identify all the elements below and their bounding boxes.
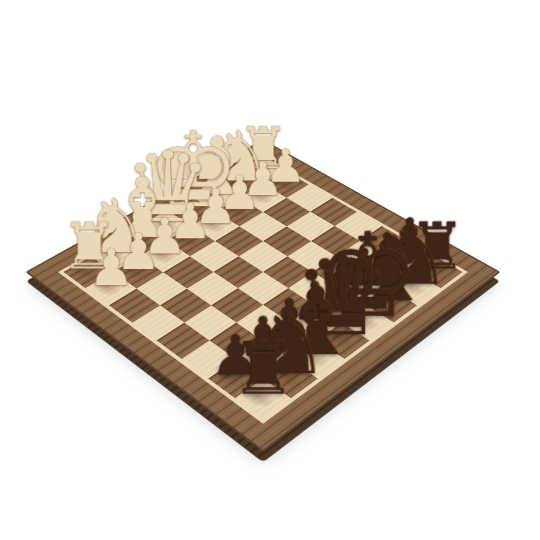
square-d4[interactable] xyxy=(213,256,263,288)
piece-white-pawn[interactable]: ♟ xyxy=(88,243,134,294)
board-frame: ♜♟♟♜♞♟♟♞♝♟♟♝♚♟♟♚♛♟♟♛♝♟♟♝♞♟♟♞♜♟♟♜ xyxy=(25,139,500,452)
square-a8[interactable]: ♜ xyxy=(235,378,291,419)
piece-black-rook[interactable]: ♜ xyxy=(231,333,296,405)
wooden-chess-set-photo: ♜♟♟♜♞♟♟♞♝♟♟♝♚♟♟♚♛♟♟♛♝♟♟♝♞♟♟♞♜♟♟♜ xyxy=(0,0,540,540)
square-a4[interactable] xyxy=(132,305,184,340)
board-squares: ♜♟♟♜♞♟♟♞♝♟♟♝♚♟♟♚♛♟♟♛♝♟♟♝♞♟♟♞♜♟♟♜ xyxy=(58,155,468,423)
scene: ♜♟♟♜♞♟♟♞♝♟♟♝♚♟♟♚♛♟♟♛♝♟♟♝♞♟♟♞♜♟♟♜ xyxy=(0,0,540,540)
